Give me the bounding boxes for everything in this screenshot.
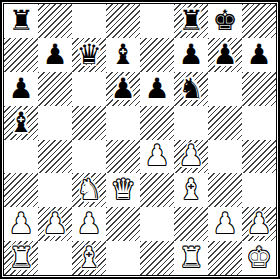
square-b5[interactable] <box>38 106 72 140</box>
square-e8[interactable] <box>140 4 174 38</box>
square-f2[interactable] <box>174 207 208 241</box>
square-c2[interactable]: ♟ <box>72 207 106 241</box>
square-d4[interactable] <box>106 140 140 174</box>
square-b7[interactable]: ♟ <box>38 38 72 72</box>
square-e4[interactable]: ♟ <box>140 140 174 174</box>
white-pawn-icon: ♟ <box>8 210 33 238</box>
square-h3[interactable] <box>242 173 276 207</box>
square-d2[interactable] <box>106 207 140 241</box>
black-bishop-icon: ♝ <box>110 41 135 69</box>
black-pawn-icon: ♟ <box>144 75 169 103</box>
black-queen-icon: ♛ <box>76 41 101 69</box>
square-c8[interactable] <box>72 4 106 38</box>
square-g8[interactable]: ♚ <box>208 4 242 38</box>
square-h2[interactable]: ♟ <box>242 207 276 241</box>
square-c7[interactable]: ♛ <box>72 38 106 72</box>
black-pawn-icon: ♟ <box>212 41 237 69</box>
square-h1[interactable]: ♚ <box>242 241 276 275</box>
white-bishop-icon: ♝ <box>178 176 203 204</box>
square-g5[interactable] <box>208 106 242 140</box>
square-f3[interactable]: ♝ <box>174 173 208 207</box>
white-pawn-icon: ♟ <box>178 142 203 170</box>
square-e5[interactable] <box>140 106 174 140</box>
square-b1[interactable] <box>38 241 72 275</box>
square-a6[interactable]: ♟ <box>4 72 38 106</box>
square-e3[interactable] <box>140 173 174 207</box>
square-f4[interactable]: ♟ <box>174 140 208 174</box>
white-pawn-icon: ♟ <box>246 210 271 238</box>
black-pawn-icon: ♟ <box>110 75 135 103</box>
square-h8[interactable] <box>242 4 276 38</box>
white-king-icon: ♚ <box>246 244 271 272</box>
square-c1[interactable]: ♝ <box>72 241 106 275</box>
chessboard-frame: ♜♜♚♟♛♝♟♟♟♟♟♟♞♝♟♟♞♛♝♟♟♟♟♟♜♝♜♚ <box>0 0 280 279</box>
square-a2[interactable]: ♟ <box>4 207 38 241</box>
square-f8[interactable]: ♜ <box>174 4 208 38</box>
white-rook-icon: ♜ <box>178 244 203 272</box>
square-g1[interactable] <box>208 241 242 275</box>
square-h6[interactable] <box>242 72 276 106</box>
black-pawn-icon: ♟ <box>42 41 67 69</box>
square-b8[interactable] <box>38 4 72 38</box>
square-d3[interactable]: ♛ <box>106 173 140 207</box>
black-pawn-icon: ♟ <box>246 41 271 69</box>
black-knight-icon: ♞ <box>178 75 203 103</box>
square-e6[interactable]: ♟ <box>140 72 174 106</box>
square-b4[interactable] <box>38 140 72 174</box>
square-g2[interactable]: ♟ <box>208 207 242 241</box>
square-h4[interactable] <box>242 140 276 174</box>
white-pawn-icon: ♟ <box>144 142 169 170</box>
white-rook-icon: ♜ <box>8 244 33 272</box>
square-h5[interactable] <box>242 106 276 140</box>
square-f5[interactable] <box>174 106 208 140</box>
square-b6[interactable] <box>38 72 72 106</box>
white-knight-icon: ♞ <box>76 176 101 204</box>
white-bishop-icon: ♝ <box>76 244 101 272</box>
square-b3[interactable] <box>38 173 72 207</box>
square-a7[interactable] <box>4 38 38 72</box>
square-f7[interactable]: ♟ <box>174 38 208 72</box>
white-pawn-icon: ♟ <box>212 210 237 238</box>
square-d6[interactable]: ♟ <box>106 72 140 106</box>
square-f1[interactable]: ♜ <box>174 241 208 275</box>
white-queen-icon: ♛ <box>110 176 135 204</box>
black-pawn-icon: ♟ <box>178 41 203 69</box>
square-e1[interactable] <box>140 241 174 275</box>
square-d7[interactable]: ♝ <box>106 38 140 72</box>
square-c5[interactable] <box>72 106 106 140</box>
black-bishop-icon: ♝ <box>8 109 33 137</box>
black-pawn-icon: ♟ <box>8 75 33 103</box>
white-pawn-icon: ♟ <box>76 210 101 238</box>
square-d1[interactable] <box>106 241 140 275</box>
black-rook-icon: ♜ <box>178 7 203 35</box>
black-rook-icon: ♜ <box>8 7 33 35</box>
square-g4[interactable] <box>208 140 242 174</box>
square-c3[interactable]: ♞ <box>72 173 106 207</box>
white-pawn-icon: ♟ <box>42 210 67 238</box>
square-d5[interactable] <box>106 106 140 140</box>
square-c4[interactable] <box>72 140 106 174</box>
square-c6[interactable] <box>72 72 106 106</box>
square-a8[interactable]: ♜ <box>4 4 38 38</box>
square-g7[interactable]: ♟ <box>208 38 242 72</box>
square-h7[interactable]: ♟ <box>242 38 276 72</box>
chessboard: ♜♜♚♟♛♝♟♟♟♟♟♟♞♝♟♟♞♛♝♟♟♟♟♟♜♝♜♚ <box>3 3 277 276</box>
black-king-icon: ♚ <box>212 7 237 35</box>
square-d8[interactable] <box>106 4 140 38</box>
square-a4[interactable] <box>4 140 38 174</box>
square-f6[interactable]: ♞ <box>174 72 208 106</box>
square-e2[interactable] <box>140 207 174 241</box>
square-g6[interactable] <box>208 72 242 106</box>
square-a3[interactable] <box>4 173 38 207</box>
square-a5[interactable]: ♝ <box>4 106 38 140</box>
square-e7[interactable] <box>140 38 174 72</box>
square-b2[interactable]: ♟ <box>38 207 72 241</box>
square-g3[interactable] <box>208 173 242 207</box>
square-a1[interactable]: ♜ <box>4 241 38 275</box>
